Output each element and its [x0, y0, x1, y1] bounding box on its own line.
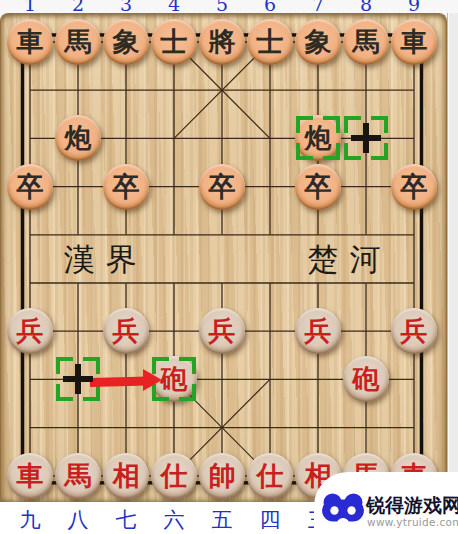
piece-black-卒[interactable]: 卒 — [199, 164, 245, 210]
piece-red-車[interactable]: 車 — [7, 453, 53, 499]
piece-black-象[interactable]: 象 — [295, 19, 341, 65]
piece-glyph: 將 — [199, 19, 245, 65]
piece-red-砲[interactable]: 砲 — [151, 356, 197, 402]
window-edge — [447, 13, 458, 502]
piece-glyph: 兵 — [391, 308, 437, 354]
gamepad-logo-icon — [320, 491, 366, 529]
piece-black-象[interactable]: 象 — [103, 19, 149, 65]
piece-glyph: 士 — [247, 19, 293, 65]
piece-glyph: 砲 — [343, 356, 389, 402]
piece-glyph: 卒 — [199, 164, 245, 210]
piece-glyph: 馬 — [343, 19, 389, 65]
file-numbers-top: 123456789 — [0, 0, 458, 13]
piece-glyph: 兵 — [295, 308, 341, 354]
piece-black-卒[interactable]: 卒 — [391, 164, 437, 210]
piece-glyph: 卒 — [391, 164, 437, 210]
piece-black-卒[interactable]: 卒 — [103, 164, 149, 210]
piece-black-車[interactable]: 車 — [7, 19, 53, 65]
piece-glyph: 車 — [7, 19, 53, 65]
file-label-top: 6 — [264, 0, 276, 13]
piece-glyph: 卒 — [295, 164, 341, 210]
piece-black-將[interactable]: 將 — [199, 19, 245, 65]
piece-red-馬[interactable]: 馬 — [55, 453, 101, 499]
piece-black-車[interactable]: 車 — [391, 19, 437, 65]
file-label-top: 8 — [360, 0, 372, 13]
piece-glyph: 兵 — [103, 308, 149, 354]
piece-glyph: 卒 — [103, 164, 149, 210]
file-label-top: 7 — [312, 0, 324, 13]
file-label-top: 5 — [216, 0, 228, 13]
piece-glyph: 兵 — [7, 308, 53, 354]
file-label-top: 2 — [72, 0, 84, 13]
file-label-bottom: 八 — [68, 506, 89, 534]
piece-glyph: 馬 — [55, 19, 101, 65]
piece-glyph: 馬 — [55, 453, 101, 499]
piece-black-馬[interactable]: 馬 — [343, 19, 389, 65]
piece-red-兵[interactable]: 兵 — [103, 308, 149, 354]
piece-red-兵[interactable]: 兵 — [295, 308, 341, 354]
piece-black-炮[interactable]: 炮 — [295, 115, 341, 161]
piece-red-兵[interactable]: 兵 — [199, 308, 245, 354]
piece-red-仕[interactable]: 仕 — [247, 453, 293, 499]
piece-glyph: 仕 — [151, 453, 197, 499]
file-label-bottom: 九 — [20, 506, 41, 534]
file-label-top: 3 — [120, 0, 132, 13]
piece-glyph: 車 — [7, 453, 53, 499]
piece-glyph: 士 — [151, 19, 197, 65]
piece-black-士[interactable]: 士 — [151, 19, 197, 65]
piece-glyph: 仕 — [247, 453, 293, 499]
piece-red-砲[interactable]: 砲 — [343, 356, 389, 402]
piece-glyph: 炮 — [55, 115, 101, 161]
piece-black-馬[interactable]: 馬 — [55, 19, 101, 65]
file-label-bottom: 五 — [212, 506, 233, 534]
piece-red-帥[interactable]: 帥 — [199, 453, 245, 499]
piece-black-卒[interactable]: 卒 — [295, 164, 341, 210]
piece-glyph: 象 — [295, 19, 341, 65]
piece-red-相[interactable]: 相 — [103, 453, 149, 499]
piece-glyph: 車 — [391, 19, 437, 65]
piece-glyph: 帥 — [199, 453, 245, 499]
xiangqi-app-screen: 漢界 楚河 車馬象士將士象馬車炮炮卒卒卒卒卒兵兵兵兵兵砲砲車馬相仕帥仕相馬車 1… — [0, 0, 458, 534]
piece-black-士[interactable]: 士 — [247, 19, 293, 65]
piece-red-兵[interactable]: 兵 — [7, 308, 53, 354]
piece-black-炮[interactable]: 炮 — [55, 115, 101, 161]
piece-glyph: 相 — [103, 453, 149, 499]
file-label-bottom: 七 — [116, 506, 137, 534]
piece-red-仕[interactable]: 仕 — [151, 453, 197, 499]
piece-glyph: 砲 — [151, 356, 197, 402]
file-label-top: 1 — [24, 0, 36, 13]
piece-glyph: 炮 — [295, 115, 341, 161]
piece-black-卒[interactable]: 卒 — [7, 164, 53, 210]
file-label-bottom: 四 — [260, 506, 281, 534]
piece-glyph: 兵 — [199, 308, 245, 354]
piece-glyph: 象 — [103, 19, 149, 65]
site-watermark: 锐得游戏网 www.ytruide.com — [314, 472, 458, 534]
file-label-top: 9 — [408, 0, 420, 13]
piece-red-兵[interactable]: 兵 — [391, 308, 437, 354]
piece-glyph: 卒 — [7, 164, 53, 210]
river-label-right: 楚河 — [297, 239, 392, 281]
file-label-bottom: 六 — [164, 506, 185, 534]
file-label-top: 4 — [168, 0, 180, 13]
river-label-left: 漢界 — [53, 239, 148, 281]
watermark-site-url: www.ytruide.com — [367, 516, 458, 528]
